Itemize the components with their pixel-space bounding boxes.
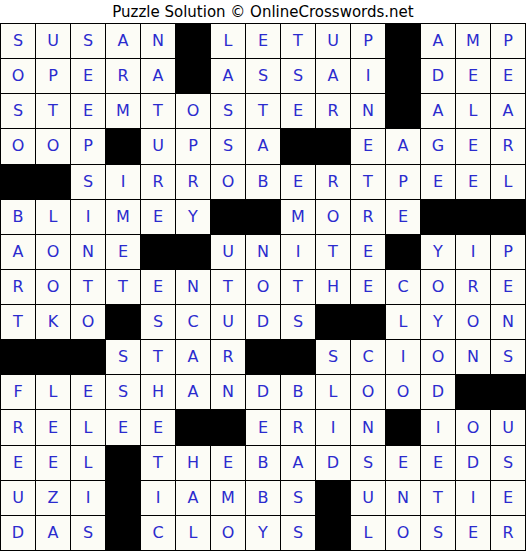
letter-cell-r5c6: R: [176, 165, 210, 199]
block-cell-r1c12: [386, 24, 420, 58]
letter-cell-r4c5: U: [141, 129, 175, 163]
letter-cell-r15c1: D: [1, 516, 35, 550]
letter-cell-r15c3: S: [71, 516, 105, 550]
letter-cell-r7c13: Y: [421, 235, 455, 269]
letter-cell-r3c10: R: [316, 94, 350, 128]
letter-cell-r10c14: N: [456, 340, 490, 374]
letter-cell-r6c10: O: [316, 200, 350, 234]
letter-cell-r6c4: M: [106, 200, 140, 234]
letter-cell-r3c6: O: [176, 94, 210, 128]
letter-cell-r4c2: O: [36, 129, 70, 163]
letter-cell-r14c11: U: [351, 481, 385, 515]
letter-cell-r6c1: B: [1, 200, 35, 234]
letter-cell-r12c8: E: [246, 410, 280, 444]
letter-cell-r9c6: C: [176, 305, 210, 339]
letter-cell-r9c9: S: [281, 305, 315, 339]
letter-cell-r14c14: I: [456, 481, 490, 515]
block-cell-r6c14: [456, 200, 490, 234]
letter-cell-r11c12: O: [386, 375, 420, 409]
letter-cell-r5c5: R: [141, 165, 175, 199]
letter-cell-r14c5: I: [141, 481, 175, 515]
letter-cell-r4c12: A: [386, 129, 420, 163]
letter-cell-r8c2: O: [36, 270, 70, 304]
block-cell-r4c10: [316, 129, 350, 163]
letter-cell-r4c6: P: [176, 129, 210, 163]
letter-cell-r3c4: M: [106, 94, 140, 128]
letter-cell-r15c8: Y: [246, 516, 280, 550]
block-cell-r10c3: [71, 340, 105, 374]
block-cell-r14c10: [316, 481, 350, 515]
letter-cell-r2c8: S: [246, 59, 280, 93]
letter-cell-r10c4: S: [106, 340, 140, 374]
letter-cell-r1c14: M: [456, 24, 490, 58]
letter-cell-r11c6: A: [176, 375, 210, 409]
letter-cell-r10c12: I: [386, 340, 420, 374]
letter-cell-r2c15: E: [491, 59, 525, 93]
block-cell-r13c4: [106, 446, 140, 480]
letter-cell-r8c3: T: [71, 270, 105, 304]
letter-cell-r14c15: E: [491, 481, 525, 515]
letter-cell-r8c1: R: [1, 270, 35, 304]
letter-cell-r13c2: E: [36, 446, 70, 480]
letter-cell-r5c4: I: [106, 165, 140, 199]
letter-cell-r15c2: A: [36, 516, 70, 550]
letter-cell-r3c13: A: [421, 94, 455, 128]
letter-cell-r13c12: E: [386, 446, 420, 480]
block-cell-r6c15: [491, 200, 525, 234]
letter-cell-r1c3: S: [71, 24, 105, 58]
letter-cell-r7c3: N: [71, 235, 105, 269]
page-title: Puzzle Solution © OnlineCrosswords.net: [112, 3, 413, 21]
letter-cell-r7c14: I: [456, 235, 490, 269]
block-cell-r12c6: [176, 410, 210, 444]
letter-cell-r15c11: L: [351, 516, 385, 550]
letter-cell-r1c11: P: [351, 24, 385, 58]
letter-cell-r14c2: Z: [36, 481, 70, 515]
letter-cell-r12c15: U: [491, 410, 525, 444]
letter-cell-r9c12: L: [386, 305, 420, 339]
letter-cell-r12c3: L: [71, 410, 105, 444]
letter-cell-r5c8: B: [246, 165, 280, 199]
letter-cell-r9c7: U: [211, 305, 245, 339]
block-cell-r5c2: [36, 165, 70, 199]
letter-cell-r3c5: T: [141, 94, 175, 128]
letter-cell-r14c13: T: [421, 481, 455, 515]
letter-cell-r2c4: R: [106, 59, 140, 93]
letter-cell-r3c8: T: [246, 94, 280, 128]
letter-cell-r6c3: I: [71, 200, 105, 234]
letter-cell-r10c10: S: [316, 340, 350, 374]
letter-cell-r11c3: E: [71, 375, 105, 409]
letter-cell-r4c7: S: [211, 129, 245, 163]
letter-cell-r2c9: S: [281, 59, 315, 93]
block-cell-r14c4: [106, 481, 140, 515]
letter-cell-r7c11: E: [351, 235, 385, 269]
letter-cell-r6c5: E: [141, 200, 175, 234]
letter-cell-r14c6: A: [176, 481, 210, 515]
letter-cell-r8c9: T: [281, 270, 315, 304]
block-cell-r4c9: [281, 129, 315, 163]
letter-cell-r3c11: N: [351, 94, 385, 128]
letter-cell-r7c15: P: [491, 235, 525, 269]
letter-cell-r8c12: C: [386, 270, 420, 304]
letter-cell-r13c6: H: [176, 446, 210, 480]
letter-cell-r7c2: O: [36, 235, 70, 269]
letter-cell-r4c14: E: [456, 129, 490, 163]
letter-cell-r6c6: Y: [176, 200, 210, 234]
letter-cell-r8c11: E: [351, 270, 385, 304]
block-cell-r11c15: [491, 375, 525, 409]
title-bar: Puzzle Solution © OnlineCrosswords.net: [0, 0, 526, 23]
letter-cell-r13c15: S: [491, 446, 525, 480]
letter-cell-r7c7: U: [211, 235, 245, 269]
letter-cell-r5c13: E: [421, 165, 455, 199]
letter-cell-r9c14: O: [456, 305, 490, 339]
letter-cell-r1c5: N: [141, 24, 175, 58]
block-cell-r3c12: [386, 94, 420, 128]
letter-cell-r7c9: I: [281, 235, 315, 269]
block-cell-r10c8: [246, 340, 280, 374]
letter-cell-r8c14: R: [456, 270, 490, 304]
letter-cell-r2c5: A: [141, 59, 175, 93]
block-cell-r10c9: [281, 340, 315, 374]
letter-cell-r10c13: O: [421, 340, 455, 374]
block-cell-r15c10: [316, 516, 350, 550]
letter-cell-r7c4: E: [106, 235, 140, 269]
letter-cell-r14c3: I: [71, 481, 105, 515]
letter-cell-r6c11: R: [351, 200, 385, 234]
letter-cell-r5c7: O: [211, 165, 245, 199]
letter-cell-r9c3: O: [71, 305, 105, 339]
letter-cell-r8c10: H: [316, 270, 350, 304]
letter-cell-r9c13: Y: [421, 305, 455, 339]
block-cell-r12c12: [386, 410, 420, 444]
letter-cell-r2c7: A: [211, 59, 245, 93]
letter-cell-r8c4: T: [106, 270, 140, 304]
letter-cell-r5c11: T: [351, 165, 385, 199]
letter-cell-r13c1: E: [1, 446, 35, 480]
letter-cell-r12c10: I: [316, 410, 350, 444]
letter-cell-r13c9: A: [281, 446, 315, 480]
letter-cell-r9c2: K: [36, 305, 70, 339]
letter-cell-r5c12: P: [386, 165, 420, 199]
letter-cell-r3c9: E: [281, 94, 315, 128]
block-cell-r9c11: [351, 305, 385, 339]
letter-cell-r15c9: S: [281, 516, 315, 550]
letter-cell-r13c14: D: [456, 446, 490, 480]
letter-cell-r4c1: O: [1, 129, 35, 163]
letter-cell-r9c8: D: [246, 305, 280, 339]
letter-cell-r5c15: L: [491, 165, 525, 199]
letter-cell-r11c11: O: [351, 375, 385, 409]
letter-cell-r2c3: E: [71, 59, 105, 93]
letter-cell-r2c14: E: [456, 59, 490, 93]
letter-cell-r12c11: N: [351, 410, 385, 444]
letter-cell-r3c7: S: [211, 94, 245, 128]
letter-cell-r11c13: D: [421, 375, 455, 409]
block-cell-r5c1: [1, 165, 35, 199]
letter-cell-r4c13: G: [421, 129, 455, 163]
letter-cell-r1c9: T: [281, 24, 315, 58]
letter-cell-r15c14: E: [456, 516, 490, 550]
letter-cell-r1c10: U: [316, 24, 350, 58]
letter-cell-r11c9: B: [281, 375, 315, 409]
letter-cell-r12c4: E: [106, 410, 140, 444]
letter-cell-r15c15: R: [491, 516, 525, 550]
block-cell-r12c7: [211, 410, 245, 444]
letter-cell-r1c7: L: [211, 24, 245, 58]
letter-cell-r1c15: P: [491, 24, 525, 58]
letter-cell-r1c13: A: [421, 24, 455, 58]
letter-cell-r12c13: I: [421, 410, 455, 444]
letter-cell-r15c7: O: [211, 516, 245, 550]
block-cell-r11c14: [456, 375, 490, 409]
letter-cell-r12c14: O: [456, 410, 490, 444]
letter-cell-r10c7: R: [211, 340, 245, 374]
block-cell-r6c7: [211, 200, 245, 234]
letter-cell-r14c1: U: [1, 481, 35, 515]
letter-cell-r3c15: A: [491, 94, 525, 128]
letter-cell-r1c1: S: [1, 24, 35, 58]
letter-cell-r1c8: E: [246, 24, 280, 58]
letter-cell-r15c5: C: [141, 516, 175, 550]
letter-cell-r8c13: O: [421, 270, 455, 304]
letter-cell-r5c10: R: [316, 165, 350, 199]
letter-cell-r5c9: E: [281, 165, 315, 199]
letter-cell-r8c5: E: [141, 270, 175, 304]
letter-cell-r11c10: L: [316, 375, 350, 409]
block-cell-r9c4: [106, 305, 140, 339]
letter-cell-r5c3: S: [71, 165, 105, 199]
letter-cell-r8c7: T: [211, 270, 245, 304]
block-cell-r7c6: [176, 235, 210, 269]
letter-cell-r9c1: T: [1, 305, 35, 339]
block-cell-r4c4: [106, 129, 140, 163]
block-cell-r9c10: [316, 305, 350, 339]
letter-cell-r10c5: T: [141, 340, 175, 374]
letter-cell-r9c5: S: [141, 305, 175, 339]
block-cell-r7c12: [386, 235, 420, 269]
letter-cell-r11c4: S: [106, 375, 140, 409]
letter-cell-r14c8: B: [246, 481, 280, 515]
letter-cell-r2c10: A: [316, 59, 350, 93]
letter-cell-r4c15: R: [491, 129, 525, 163]
letter-cell-r11c7: N: [211, 375, 245, 409]
letter-cell-r6c9: M: [281, 200, 315, 234]
block-cell-r6c13: [421, 200, 455, 234]
letter-cell-r5c14: E: [456, 165, 490, 199]
letter-cell-r11c2: L: [36, 375, 70, 409]
letter-cell-r2c11: I: [351, 59, 385, 93]
letter-cell-r14c9: S: [281, 481, 315, 515]
letter-cell-r11c8: D: [246, 375, 280, 409]
letter-cell-r2c13: D: [421, 59, 455, 93]
letter-cell-r12c1: R: [1, 410, 35, 444]
letter-cell-r2c1: O: [1, 59, 35, 93]
letter-cell-r13c7: E: [211, 446, 245, 480]
letter-cell-r10c6: A: [176, 340, 210, 374]
letter-cell-r11c1: F: [1, 375, 35, 409]
letter-cell-r13c3: L: [71, 446, 105, 480]
block-cell-r10c2: [36, 340, 70, 374]
letter-cell-r12c9: R: [281, 410, 315, 444]
letter-cell-r4c3: P: [71, 129, 105, 163]
letter-cell-r12c5: E: [141, 410, 175, 444]
letter-cell-r1c2: U: [36, 24, 70, 58]
block-cell-r6c8: [246, 200, 280, 234]
letter-cell-r7c1: A: [1, 235, 35, 269]
letter-cell-r13c10: D: [316, 446, 350, 480]
block-cell-r7c5: [141, 235, 175, 269]
letter-cell-r8c6: N: [176, 270, 210, 304]
letter-cell-r14c12: N: [386, 481, 420, 515]
letter-cell-r14c7: M: [211, 481, 245, 515]
letter-cell-r3c3: E: [71, 94, 105, 128]
block-cell-r10c1: [1, 340, 35, 374]
letter-cell-r15c6: L: [176, 516, 210, 550]
letter-cell-r4c11: E: [351, 129, 385, 163]
letter-cell-r3c2: T: [36, 94, 70, 128]
letter-cell-r13c5: T: [141, 446, 175, 480]
block-cell-r2c6: [176, 59, 210, 93]
crossword-grid: SUSANLETUPAMPOPERAASSAIDEESTEMTOSTERNALA…: [0, 23, 526, 551]
letter-cell-r13c11: S: [351, 446, 385, 480]
letter-cell-r15c12: O: [386, 516, 420, 550]
letter-cell-r1c4: A: [106, 24, 140, 58]
letter-cell-r4c8: A: [246, 129, 280, 163]
letter-cell-r10c15: S: [491, 340, 525, 374]
letter-cell-r6c2: L: [36, 200, 70, 234]
letter-cell-r10c11: C: [351, 340, 385, 374]
letter-cell-r15c13: S: [421, 516, 455, 550]
letter-cell-r7c10: T: [316, 235, 350, 269]
letter-cell-r12c2: E: [36, 410, 70, 444]
letter-cell-r8c15: E: [491, 270, 525, 304]
letter-cell-r3c14: L: [456, 94, 490, 128]
letter-cell-r9c15: N: [491, 305, 525, 339]
block-cell-r1c6: [176, 24, 210, 58]
letter-cell-r13c8: B: [246, 446, 280, 480]
letter-cell-r11c5: H: [141, 375, 175, 409]
letter-cell-r2c2: P: [36, 59, 70, 93]
letter-cell-r6c12: E: [386, 200, 420, 234]
letter-cell-r7c8: N: [246, 235, 280, 269]
letter-cell-r3c1: S: [1, 94, 35, 128]
letter-cell-r8c8: O: [246, 270, 280, 304]
block-cell-r2c12: [386, 59, 420, 93]
letter-cell-r13c13: E: [421, 446, 455, 480]
block-cell-r15c4: [106, 516, 140, 550]
